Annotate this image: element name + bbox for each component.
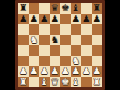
black-king-e8: ♚ [61, 3, 70, 14]
square-c5[interactable] [39, 35, 50, 46]
black-pawn-h7: ♟ [92, 14, 101, 25]
letterbox-right [105, 0, 120, 90]
square-g7[interactable]: ♟ [81, 14, 92, 25]
square-b4[interactable] [29, 45, 40, 56]
square-d3[interactable] [50, 56, 61, 67]
square-e3[interactable] [60, 56, 71, 67]
board-frame: ♜♛♚♝♜♟♟♟♟♟♟♟♞♞♞♟♟♟♟♟♟♟♟♜♝♛♚♝♜ [15, 0, 105, 90]
square-a5[interactable] [18, 35, 29, 46]
white-queen-d1: ♛ [50, 77, 59, 88]
square-g5[interactable] [81, 35, 92, 46]
white-pawn-a2: ♟ [19, 66, 28, 77]
white-king-e1: ♚ [61, 77, 70, 88]
black-rook-h8: ♜ [92, 3, 101, 14]
square-f7[interactable]: ♟ [71, 14, 82, 25]
square-h4[interactable] [92, 45, 103, 56]
square-e4[interactable] [60, 45, 71, 56]
white-rook-a1: ♜ [19, 77, 28, 88]
black-pawn-a7: ♟ [19, 14, 28, 25]
black-pawn-f7: ♟ [71, 14, 80, 25]
square-b2[interactable]: ♟ [29, 66, 40, 77]
white-pawn-h2: ♟ [92, 66, 101, 77]
square-c4[interactable] [39, 45, 50, 56]
square-a8[interactable]: ♜ [18, 3, 29, 14]
square-h7[interactable]: ♟ [92, 14, 103, 25]
square-g2[interactable]: ♟ [81, 66, 92, 77]
square-c7[interactable]: ♟ [39, 14, 50, 25]
square-f5[interactable] [71, 35, 82, 46]
square-h2[interactable]: ♟ [92, 66, 103, 77]
square-c2[interactable]: ♟ [39, 66, 50, 77]
white-pawn-b2: ♟ [29, 66, 38, 77]
square-e6[interactable] [60, 24, 71, 35]
square-d4[interactable] [50, 45, 61, 56]
black-pawn-b7: ♟ [29, 14, 38, 25]
square-c3[interactable] [39, 56, 50, 67]
square-f2[interactable]: ♟ [71, 66, 82, 77]
white-bishop-c1: ♝ [40, 77, 49, 88]
black-queen-d8: ♛ [50, 3, 59, 14]
square-a3[interactable] [18, 56, 29, 67]
square-b3[interactable] [29, 56, 40, 67]
white-pawn-f2: ♟ [71, 66, 80, 77]
black-pawn-d7: ♟ [50, 14, 59, 25]
square-a4[interactable] [18, 45, 29, 56]
white-pawn-d2: ♟ [50, 66, 59, 77]
square-a7[interactable]: ♟ [18, 14, 29, 25]
square-h6[interactable] [92, 24, 103, 35]
square-f3[interactable]: ♞ [71, 56, 82, 67]
white-pawn-c2: ♟ [40, 66, 49, 77]
square-a6[interactable] [18, 24, 29, 35]
square-g4[interactable] [81, 45, 92, 56]
white-pawn-e2: ♟ [61, 66, 70, 77]
black-knight-d5: ♞ [50, 35, 59, 46]
square-h5[interactable] [92, 35, 103, 46]
square-d1[interactable]: ♛ [50, 77, 61, 88]
square-h1[interactable]: ♜ [92, 77, 103, 88]
square-b1[interactable] [29, 77, 40, 88]
square-e1[interactable]: ♚ [60, 77, 71, 88]
square-g6[interactable] [81, 24, 92, 35]
black-pawn-g7: ♟ [82, 14, 91, 25]
white-rook-h1: ♜ [92, 77, 101, 88]
black-bishop-f8: ♝ [71, 3, 80, 14]
square-f4[interactable] [71, 45, 82, 56]
square-d8[interactable]: ♛ [50, 3, 61, 14]
square-a1[interactable]: ♜ [18, 77, 29, 88]
black-pawn-c7: ♟ [40, 14, 49, 25]
white-bishop-f1: ♝ [71, 77, 80, 88]
white-pawn-g2: ♟ [82, 66, 91, 77]
square-e2[interactable]: ♟ [60, 66, 71, 77]
white-knight-f3: ♞ [71, 56, 80, 67]
square-a2[interactable]: ♟ [18, 66, 29, 77]
square-d2[interactable]: ♟ [50, 66, 61, 77]
square-f8[interactable]: ♝ [71, 3, 82, 14]
square-d6[interactable] [50, 24, 61, 35]
square-e5[interactable] [60, 35, 71, 46]
square-c8[interactable] [39, 3, 50, 14]
letterbox-left [0, 0, 15, 90]
square-h3[interactable] [92, 56, 103, 67]
square-b7[interactable]: ♟ [29, 14, 40, 25]
black-rook-a8: ♜ [19, 3, 28, 14]
square-b8[interactable] [29, 3, 40, 14]
square-b5[interactable]: ♞ [29, 35, 40, 46]
white-knight-b5: ♞ [29, 35, 38, 46]
screenshot-stage: ♜♛♚♝♜♟♟♟♟♟♟♟♞♞♞♟♟♟♟♟♟♟♟♜♝♛♚♝♜ [0, 0, 120, 90]
square-f1[interactable]: ♝ [71, 77, 82, 88]
square-e8[interactable]: ♚ [60, 3, 71, 14]
square-c1[interactable]: ♝ [39, 77, 50, 88]
square-d7[interactable]: ♟ [50, 14, 61, 25]
square-g1[interactable] [81, 77, 92, 88]
square-f6[interactable] [71, 24, 82, 35]
square-g3[interactable] [81, 56, 92, 67]
square-g8[interactable] [81, 3, 92, 14]
square-d5[interactable]: ♞ [50, 35, 61, 46]
square-c6[interactable] [39, 24, 50, 35]
square-h8[interactable]: ♜ [92, 3, 103, 14]
square-b6[interactable] [29, 24, 40, 35]
chessboard[interactable]: ♜♛♚♝♜♟♟♟♟♟♟♟♞♞♞♟♟♟♟♟♟♟♟♜♝♛♚♝♜ [18, 3, 102, 87]
square-e7[interactable] [60, 14, 71, 25]
